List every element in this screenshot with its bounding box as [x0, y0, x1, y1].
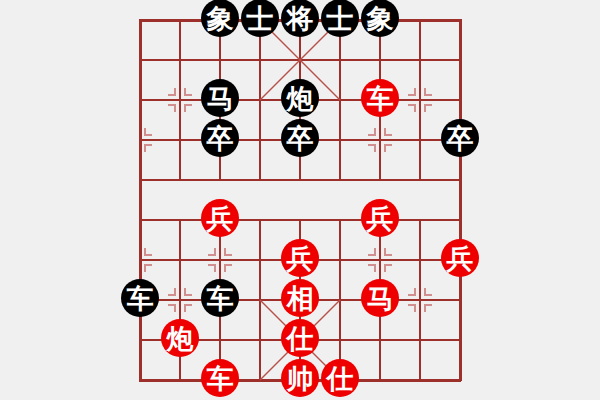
- piece-black-soldier[interactable]: 卒: [201, 119, 239, 157]
- piece-red-chariot[interactable]: 车: [361, 79, 399, 117]
- piece-black-general[interactable]: 将: [281, 0, 319, 37]
- piece-black-advisor[interactable]: 士: [241, 0, 279, 37]
- piece-black-soldier[interactable]: 卒: [441, 119, 479, 157]
- app-window: 象士将士象马炮车卒卒卒兵兵兵兵车车相马炮仕车帅仕: [0, 0, 600, 400]
- piece-red-soldier[interactable]: 兵: [201, 199, 239, 237]
- piece-red-advisor[interactable]: 仕: [321, 359, 359, 397]
- piece-red-soldier[interactable]: 兵: [441, 239, 479, 277]
- piece-black-horse[interactable]: 马: [201, 79, 239, 117]
- piece-black-elephant[interactable]: 象: [201, 0, 239, 37]
- piece-black-advisor[interactable]: 士: [321, 0, 359, 37]
- piece-black-elephant[interactable]: 象: [361, 0, 399, 37]
- pieces-layer: 象士将士象马炮车卒卒卒兵兵兵兵车车相马炮仕车帅仕: [140, 20, 460, 380]
- piece-red-cannon[interactable]: 炮: [161, 319, 199, 357]
- piece-red-soldier[interactable]: 兵: [361, 199, 399, 237]
- piece-black-cannon[interactable]: 炮: [281, 79, 319, 117]
- piece-black-soldier[interactable]: 卒: [281, 119, 319, 157]
- piece-red-advisor[interactable]: 仕: [281, 319, 319, 357]
- piece-red-soldier[interactable]: 兵: [281, 239, 319, 277]
- piece-red-horse[interactable]: 马: [361, 279, 399, 317]
- xiangqi-board[interactable]: 象士将士象马炮车卒卒卒兵兵兵兵车车相马炮仕车帅仕: [140, 20, 460, 380]
- piece-black-chariot[interactable]: 车: [201, 279, 239, 317]
- piece-red-elephant[interactable]: 相: [281, 279, 319, 317]
- piece-black-chariot[interactable]: 车: [121, 279, 159, 317]
- piece-red-general[interactable]: 帅: [281, 359, 319, 397]
- piece-red-chariot[interactable]: 车: [201, 359, 239, 397]
